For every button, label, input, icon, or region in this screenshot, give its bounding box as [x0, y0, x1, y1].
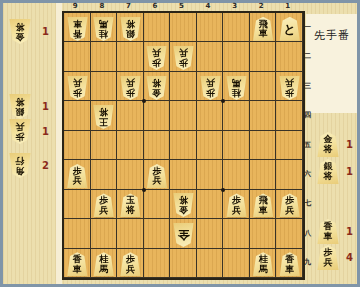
piece-kanji: 角行 [16, 156, 25, 175]
gote-hand-count-3: 1 [42, 126, 49, 137]
square-8三[interactable] [91, 72, 118, 101]
sente-hand-count-1: 1 [346, 139, 353, 150]
square-4一[interactable] [197, 13, 224, 42]
shogi-piece-gote-hand-2[interactable]: 銀将 [9, 94, 31, 119]
piece-kanji: 歩兵 [73, 167, 82, 186]
square-3四[interactable] [223, 101, 250, 130]
rank-label-七: 七 [304, 198, 311, 208]
square-7五[interactable] [117, 131, 144, 160]
piece-kanji: 飛車 [259, 20, 268, 39]
piece-kanji: 王将 [99, 107, 108, 126]
piece-kanji: 香車 [73, 255, 82, 274]
piece-kanji: 桂馬 [232, 78, 241, 97]
rank-label-八: 八 [304, 228, 311, 238]
piece-kanji: 歩兵 [179, 48, 188, 67]
square-9四[interactable] [64, 101, 91, 130]
rank-label-三: 三 [304, 81, 311, 91]
square-5四[interactable] [170, 101, 197, 130]
square-9二[interactable] [64, 42, 91, 71]
piece-kanji: 歩兵 [126, 78, 135, 97]
piece-kanji: 歩兵 [126, 255, 135, 274]
file-label-6: 6 [153, 2, 158, 10]
turn-indicator-label: 先手番 [307, 28, 357, 43]
shogi-piece-sente-hand-1[interactable]: 金将 [317, 132, 339, 157]
sente-hand-count-3: 1 [346, 226, 353, 237]
square-2八[interactable] [250, 219, 277, 248]
piece-kanji: 香車 [324, 222, 333, 241]
rank-label-九: 九 [304, 257, 311, 267]
rank-label-四: 四 [304, 110, 311, 120]
shogi-piece-sente-hand-2[interactable]: 銀将 [317, 159, 339, 184]
piece-kanji: 銀将 [16, 97, 25, 116]
square-1二[interactable] [276, 42, 303, 71]
shogi-app-window: 先手番 987654321 一二三四五六七八九 香車桂馬銀将飛車と歩兵歩兵歩兵歩… [0, 0, 360, 287]
square-9五[interactable] [64, 131, 91, 160]
square-5一[interactable] [170, 13, 197, 42]
file-label-9: 9 [73, 2, 78, 10]
square-8八[interactable] [91, 219, 118, 248]
square-2六[interactable] [250, 160, 277, 189]
piece-kanji: 桂馬 [99, 255, 108, 274]
square-4六[interactable] [197, 160, 224, 189]
square-8二[interactable] [91, 42, 118, 71]
square-1八[interactable] [276, 219, 303, 248]
piece-kanji: 銀将 [126, 19, 135, 38]
square-9八[interactable] [64, 219, 91, 248]
square-9七[interactable] [64, 190, 91, 219]
square-8五[interactable] [91, 131, 118, 160]
square-4七[interactable] [197, 190, 224, 219]
square-6五[interactable] [144, 131, 171, 160]
square-4二[interactable] [197, 42, 224, 71]
piece-kanji: 玉将 [126, 196, 135, 215]
star-point [221, 188, 225, 192]
file-label-1: 1 [285, 2, 290, 10]
square-2三[interactable] [250, 72, 277, 101]
piece-kanji: 歩兵 [152, 48, 161, 67]
square-6七[interactable] [144, 190, 171, 219]
piece-kanji: 歩兵 [232, 196, 241, 215]
square-3八[interactable] [223, 219, 250, 248]
square-5五[interactable] [170, 131, 197, 160]
gote-hand-count-4: 2 [42, 160, 49, 171]
star-point [142, 99, 146, 103]
square-6四[interactable] [144, 101, 171, 130]
rank-label-一: 一 [304, 22, 311, 32]
star-point [142, 188, 146, 192]
piece-kanji: 桂馬 [99, 19, 108, 38]
square-6八[interactable] [144, 219, 171, 248]
piece-kanji: 歩兵 [16, 122, 25, 141]
gote-hand-count-1: 1 [42, 26, 49, 37]
square-3五[interactable] [223, 131, 250, 160]
star-point [221, 99, 225, 103]
file-label-7: 7 [126, 2, 131, 10]
piece-kanji: 歩兵 [73, 78, 82, 97]
piece-kanji: 歩兵 [152, 167, 161, 186]
piece-kanji: と [284, 20, 296, 38]
shogi-board[interactable]: 香車桂馬銀将飛車と歩兵歩兵歩兵歩兵金将歩兵桂馬歩兵王将歩兵歩兵歩兵玉将金将歩兵飛… [62, 11, 305, 280]
piece-kanji: 金将 [16, 22, 25, 41]
square-7八[interactable] [117, 219, 144, 248]
piece-kanji: 金将 [179, 195, 188, 214]
board-margin-background: 先手番 987654321 一二三四五六七八九 香車桂馬銀将飛車と歩兵歩兵歩兵歩… [3, 3, 357, 284]
square-5三[interactable] [170, 72, 197, 101]
square-3九[interactable] [223, 249, 250, 278]
square-1六[interactable] [276, 160, 303, 189]
shogi-piece-gote-hand-4[interactable]: 角行 [9, 153, 31, 178]
square-3一[interactable] [223, 13, 250, 42]
square-4五[interactable] [197, 131, 224, 160]
piece-kanji: 銀将 [324, 162, 333, 181]
square-6一[interactable] [144, 13, 171, 42]
square-4九[interactable] [197, 249, 224, 278]
sente-hand-count-2: 1 [346, 166, 353, 177]
shogi-piece-sente-hand-4[interactable]: 歩兵 [317, 245, 339, 270]
shogi-piece-gote-hand-3[interactable]: 歩兵 [9, 119, 31, 144]
piece-kanji: 飛車 [259, 196, 268, 215]
piece-kanji: 全 [178, 226, 190, 244]
square-4四[interactable] [197, 101, 224, 130]
square-3二[interactable] [223, 42, 250, 71]
square-2二[interactable] [250, 42, 277, 71]
square-7二[interactable] [117, 42, 144, 71]
square-5六[interactable] [170, 160, 197, 189]
piece-kanji: 歩兵 [285, 78, 294, 97]
piece-kanji: 金将 [324, 135, 333, 154]
piece-kanji: 桂馬 [259, 255, 268, 274]
square-2五[interactable] [250, 131, 277, 160]
sente-hand-count-4: 4 [346, 252, 353, 263]
rank-label-六: 六 [304, 169, 311, 179]
square-1五[interactable] [276, 131, 303, 160]
piece-kanji: 歩兵 [285, 196, 294, 215]
piece-kanji: 香車 [73, 19, 82, 38]
file-label-2: 2 [259, 2, 264, 10]
piece-kanji: 金将 [152, 78, 161, 97]
file-label-5: 5 [179, 2, 184, 10]
square-5九[interactable] [170, 249, 197, 278]
square-1四[interactable] [276, 101, 303, 130]
piece-kanji: 歩兵 [324, 248, 333, 267]
piece-kanji: 香車 [285, 255, 294, 274]
piece-kanji: 歩兵 [206, 78, 215, 97]
file-label-3: 3 [232, 2, 237, 10]
square-7四[interactable] [117, 101, 144, 130]
gote-hand-count-2: 1 [42, 101, 49, 112]
shogi-piece-gote-hand-1[interactable]: 金将 [9, 19, 31, 44]
square-8六[interactable] [91, 160, 118, 189]
rank-label-二: 二 [304, 51, 311, 61]
square-7六[interactable] [117, 160, 144, 189]
piece-kanji: 歩兵 [99, 196, 108, 215]
square-6九[interactable] [144, 249, 171, 278]
square-2四[interactable] [250, 101, 277, 130]
file-label-4: 4 [206, 2, 211, 10]
square-4八[interactable] [197, 219, 224, 248]
square-3六[interactable] [223, 160, 250, 189]
rank-label-五: 五 [304, 140, 311, 150]
file-label-8: 8 [99, 2, 104, 10]
shogi-piece-sente-hand-3[interactable]: 香車 [317, 219, 339, 244]
